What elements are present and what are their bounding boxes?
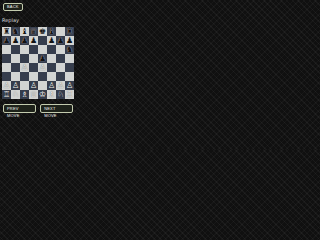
square-b8: ♞: [11, 27, 20, 36]
square-f7: ♟: [47, 36, 56, 45]
square-d5: [29, 54, 38, 63]
square-g2: ♙: [56, 81, 65, 90]
square-h4: [65, 63, 74, 72]
square-g7: ♟: [56, 36, 65, 45]
square-g1: ♘: [56, 90, 65, 99]
square-e4: ♙: [38, 63, 47, 72]
square-f2: ♙: [47, 81, 56, 90]
square-a7: ♟: [2, 36, 11, 45]
square-b7: ♟: [11, 36, 20, 45]
square-c1: ♗: [20, 90, 29, 99]
square-a3: [2, 72, 11, 81]
white-pawn: ♙: [12, 81, 19, 90]
black-queen: ♛: [30, 27, 37, 36]
white-pawn: ♙: [48, 81, 55, 90]
black-pawn: ♟: [66, 36, 73, 45]
square-a4: [2, 63, 11, 72]
square-b3: [11, 72, 20, 81]
black-rook: ♜: [66, 27, 73, 36]
square-e2: [38, 81, 47, 90]
square-h1: ♖: [65, 90, 74, 99]
white-rook: ♖: [3, 90, 10, 99]
black-rook: ♜: [3, 27, 10, 36]
square-a5: [2, 54, 11, 63]
black-pawn: ♟: [48, 36, 55, 45]
white-rook: ♖: [66, 90, 73, 99]
black-pawn: ♟: [57, 36, 64, 45]
square-h8: ♜: [65, 27, 74, 36]
white-pawn: ♙: [66, 81, 73, 90]
black-knight: ♞: [12, 27, 19, 36]
white-bishop: ♗: [48, 90, 55, 99]
square-b4: [11, 63, 20, 72]
square-b2: ♙: [11, 81, 20, 90]
white-knight: ♘: [12, 90, 19, 99]
black-king: ♚: [39, 27, 46, 36]
square-d6: [29, 45, 38, 54]
square-d7: ♟: [29, 36, 38, 45]
white-pawn: ♙: [21, 63, 28, 72]
square-d1: ♕: [29, 90, 38, 99]
square-h3: [65, 72, 74, 81]
square-g6: [56, 45, 65, 54]
square-a2: ♙: [2, 81, 11, 90]
black-knight: ♞: [66, 45, 73, 54]
next-move-button[interactable]: NEXT MOVE: [40, 104, 73, 113]
square-e3: [38, 72, 47, 81]
square-a1: ♖: [2, 90, 11, 99]
square-e6: [38, 45, 47, 54]
square-f3: [47, 72, 56, 81]
square-a6: [2, 45, 11, 54]
square-f5: [47, 54, 56, 63]
black-bishop: ♝: [21, 27, 28, 36]
page-title: Replay: [2, 17, 19, 24]
square-g5: [56, 54, 65, 63]
white-bishop: ♗: [21, 90, 28, 99]
square-f8: ♝: [47, 27, 56, 36]
white-pawn: ♙: [30, 81, 37, 90]
square-c4: ♙: [20, 63, 29, 72]
white-knight: ♘: [57, 90, 64, 99]
square-c7: ♟: [20, 36, 29, 45]
square-e5: ♟: [38, 54, 47, 63]
square-c6: [20, 45, 29, 54]
square-c3: [20, 72, 29, 81]
square-e7: [38, 36, 47, 45]
white-pawn: ♙: [57, 81, 64, 90]
square-g3: [56, 72, 65, 81]
prev-move-button[interactable]: PREV MOVE: [3, 104, 36, 113]
white-queen: ♕: [30, 90, 37, 99]
square-c5: [20, 54, 29, 63]
white-pawn: ♙: [3, 81, 10, 90]
square-f1: ♗: [47, 90, 56, 99]
black-pawn: ♟: [12, 36, 19, 45]
black-pawn: ♟: [39, 54, 46, 63]
black-pawn: ♟: [21, 36, 28, 45]
black-pawn: ♟: [30, 36, 37, 45]
square-e1: ♔: [38, 90, 47, 99]
square-c2: [20, 81, 29, 90]
replay-controls: PREV MOVE NEXT MOVE: [3, 104, 73, 113]
square-b6: [11, 45, 20, 54]
square-d4: [29, 63, 38, 72]
black-pawn: ♟: [3, 36, 10, 45]
square-d3: [29, 72, 38, 81]
square-g4: [56, 63, 65, 72]
square-h5: [65, 54, 74, 63]
square-d2: ♙: [29, 81, 38, 90]
chess-board: ♜♞♝♛♚♝♜♟♟♟♟♟♟♟♞♟♙♙♙♙♙♙♙♙♖♘♗♕♔♗♘♖: [2, 27, 74, 99]
square-h7: ♟: [65, 36, 74, 45]
square-c8: ♝: [20, 27, 29, 36]
square-d8: ♛: [29, 27, 38, 36]
white-king: ♔: [39, 90, 46, 99]
square-g8: [56, 27, 65, 36]
square-f6: [47, 45, 56, 54]
square-a8: ♜: [2, 27, 11, 36]
black-bishop: ♝: [48, 27, 55, 36]
white-pawn: ♙: [39, 63, 46, 72]
square-h6: ♞: [65, 45, 74, 54]
square-h2: ♙: [65, 81, 74, 90]
back-button[interactable]: BACK: [3, 3, 23, 11]
square-b1: ♘: [11, 90, 20, 99]
square-b5: [11, 54, 20, 63]
square-e8: ♚: [38, 27, 47, 36]
square-f4: [47, 63, 56, 72]
